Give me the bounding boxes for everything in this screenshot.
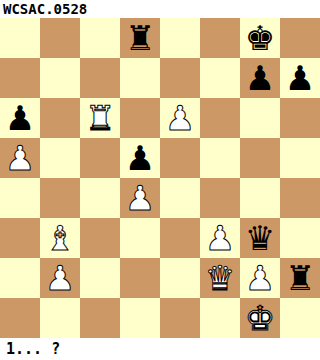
chess-board: ♜♚♟♟♟♜♟♟♟♟♝♟♛♟♛♟♜♚	[0, 18, 320, 338]
black-king-icon[interactable]: ♚	[245, 18, 275, 58]
square-h4[interactable]	[280, 178, 320, 218]
white-pawn-icon[interactable]: ♟	[5, 138, 35, 178]
square-a4[interactable]	[0, 178, 40, 218]
square-b7[interactable]	[40, 58, 80, 98]
black-pawn-icon[interactable]: ♟	[245, 58, 275, 98]
square-f5[interactable]	[200, 138, 240, 178]
black-rook-icon[interactable]: ♜	[285, 258, 315, 298]
square-g7[interactable]: ♟	[240, 58, 280, 98]
white-queen-icon[interactable]: ♛	[205, 258, 235, 298]
square-h5[interactable]	[280, 138, 320, 178]
square-c1[interactable]	[80, 298, 120, 338]
square-a7[interactable]	[0, 58, 40, 98]
square-h2[interactable]: ♜	[280, 258, 320, 298]
diagram-title: WCSAC.0528	[3, 1, 87, 17]
square-g2[interactable]: ♟	[240, 258, 280, 298]
square-c2[interactable]	[80, 258, 120, 298]
square-c8[interactable]	[80, 18, 120, 58]
white-pawn-icon[interactable]: ♟	[125, 178, 155, 218]
square-a2[interactable]	[0, 258, 40, 298]
square-d4[interactable]: ♟	[120, 178, 160, 218]
square-c6[interactable]: ♜	[80, 98, 120, 138]
white-bishop-icon[interactable]: ♝	[45, 218, 75, 258]
square-g5[interactable]	[240, 138, 280, 178]
square-a1[interactable]	[0, 298, 40, 338]
prompt-bar: 1... ?	[0, 338, 320, 360]
square-e5[interactable]	[160, 138, 200, 178]
square-b8[interactable]	[40, 18, 80, 58]
square-e3[interactable]	[160, 218, 200, 258]
square-b3[interactable]: ♝	[40, 218, 80, 258]
title-bar: WCSAC.0528	[0, 0, 320, 18]
white-pawn-icon[interactable]: ♟	[205, 218, 235, 258]
square-e6[interactable]: ♟	[160, 98, 200, 138]
square-d6[interactable]	[120, 98, 160, 138]
square-b4[interactable]	[40, 178, 80, 218]
square-c3[interactable]	[80, 218, 120, 258]
square-g4[interactable]	[240, 178, 280, 218]
square-g1[interactable]: ♚	[240, 298, 280, 338]
square-g6[interactable]	[240, 98, 280, 138]
square-f7[interactable]	[200, 58, 240, 98]
square-d1[interactable]	[120, 298, 160, 338]
square-c5[interactable]	[80, 138, 120, 178]
square-h3[interactable]	[280, 218, 320, 258]
square-g3[interactable]: ♛	[240, 218, 280, 258]
square-a8[interactable]	[0, 18, 40, 58]
square-d3[interactable]	[120, 218, 160, 258]
square-a3[interactable]	[0, 218, 40, 258]
square-h8[interactable]	[280, 18, 320, 58]
square-e4[interactable]	[160, 178, 200, 218]
move-prompt: 1... ?	[6, 340, 60, 358]
square-f2[interactable]: ♛	[200, 258, 240, 298]
square-c4[interactable]	[80, 178, 120, 218]
square-b2[interactable]: ♟	[40, 258, 80, 298]
square-f1[interactable]	[200, 298, 240, 338]
black-queen-icon[interactable]: ♛	[245, 218, 275, 258]
square-h1[interactable]	[280, 298, 320, 338]
square-f8[interactable]	[200, 18, 240, 58]
white-rook-icon[interactable]: ♜	[85, 98, 115, 138]
square-b1[interactable]	[40, 298, 80, 338]
square-b6[interactable]	[40, 98, 80, 138]
square-a5[interactable]: ♟	[0, 138, 40, 178]
black-rook-icon[interactable]: ♜	[125, 18, 155, 58]
square-e7[interactable]	[160, 58, 200, 98]
black-pawn-icon[interactable]: ♟	[285, 58, 315, 98]
square-c7[interactable]	[80, 58, 120, 98]
square-d8[interactable]: ♜	[120, 18, 160, 58]
square-a6[interactable]: ♟	[0, 98, 40, 138]
square-h6[interactable]	[280, 98, 320, 138]
square-d5[interactable]: ♟	[120, 138, 160, 178]
square-e8[interactable]	[160, 18, 200, 58]
square-f6[interactable]	[200, 98, 240, 138]
white-pawn-icon[interactable]: ♟	[45, 258, 75, 298]
white-pawn-icon[interactable]: ♟	[245, 258, 275, 298]
square-d7[interactable]	[120, 58, 160, 98]
square-f4[interactable]	[200, 178, 240, 218]
square-e2[interactable]	[160, 258, 200, 298]
white-king-icon[interactable]: ♚	[245, 298, 275, 338]
square-d2[interactable]	[120, 258, 160, 298]
black-pawn-icon[interactable]: ♟	[5, 98, 35, 138]
square-f3[interactable]: ♟	[200, 218, 240, 258]
square-b5[interactable]	[40, 138, 80, 178]
square-e1[interactable]	[160, 298, 200, 338]
square-h7[interactable]: ♟	[280, 58, 320, 98]
chess-diagram-page: WCSAC.0528 ♜♚♟♟♟♜♟♟♟♟♝♟♛♟♛♟♜♚ 1... ?	[0, 0, 320, 360]
square-g8[interactable]: ♚	[240, 18, 280, 58]
black-pawn-icon[interactable]: ♟	[125, 138, 155, 178]
white-pawn-icon[interactable]: ♟	[165, 98, 195, 138]
